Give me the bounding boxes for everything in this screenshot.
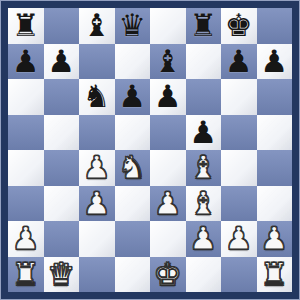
square-d6[interactable]: ♟ bbox=[115, 79, 151, 115]
square-c7[interactable] bbox=[79, 44, 115, 80]
piece-black-pawn: ♟ bbox=[118, 81, 146, 112]
piece-black-rook: ♜ bbox=[189, 10, 217, 41]
square-f3[interactable]: ♝ bbox=[186, 186, 222, 222]
chess-board: ♜♝♛♜♚♟♟♝♟♟♞♟♟♟♟♞♝♟♟♝♟♟♟♟♜♛♚♜ bbox=[8, 8, 292, 292]
square-a6[interactable] bbox=[8, 79, 44, 115]
square-a7[interactable]: ♟ bbox=[8, 44, 44, 80]
square-h7[interactable]: ♟ bbox=[257, 44, 293, 80]
piece-black-pawn: ♟ bbox=[154, 81, 182, 112]
square-f6[interactable] bbox=[186, 79, 222, 115]
square-e8[interactable] bbox=[150, 8, 186, 44]
square-a1[interactable]: ♜ bbox=[8, 257, 44, 293]
square-a8[interactable]: ♜ bbox=[8, 8, 44, 44]
piece-black-pawn: ♟ bbox=[260, 46, 288, 77]
square-g3[interactable] bbox=[221, 186, 257, 222]
square-b4[interactable] bbox=[44, 150, 80, 186]
square-a3[interactable] bbox=[8, 186, 44, 222]
piece-black-pawn: ♟ bbox=[12, 46, 40, 77]
piece-black-rook: ♜ bbox=[12, 10, 40, 41]
square-d1[interactable] bbox=[115, 257, 151, 293]
piece-white-rook: ♜ bbox=[12, 259, 40, 290]
square-b2[interactable] bbox=[44, 221, 80, 257]
square-f8[interactable]: ♜ bbox=[186, 8, 222, 44]
square-d7[interactable] bbox=[115, 44, 151, 80]
piece-white-knight: ♞ bbox=[118, 152, 146, 183]
square-g1[interactable] bbox=[221, 257, 257, 293]
piece-white-pawn: ♟ bbox=[12, 223, 40, 254]
piece-white-pawn: ♟ bbox=[83, 188, 111, 219]
square-c3[interactable]: ♟ bbox=[79, 186, 115, 222]
square-a5[interactable] bbox=[8, 115, 44, 151]
square-g2[interactable]: ♟ bbox=[221, 221, 257, 257]
piece-white-pawn: ♟ bbox=[189, 223, 217, 254]
piece-black-bishop: ♝ bbox=[154, 46, 182, 77]
square-h1[interactable]: ♜ bbox=[257, 257, 293, 293]
square-h4[interactable] bbox=[257, 150, 293, 186]
piece-black-queen: ♛ bbox=[118, 10, 146, 41]
square-a2[interactable]: ♟ bbox=[8, 221, 44, 257]
square-c2[interactable] bbox=[79, 221, 115, 257]
piece-black-pawn: ♟ bbox=[225, 46, 253, 77]
piece-white-bishop: ♝ bbox=[189, 188, 217, 219]
square-e3[interactable]: ♟ bbox=[150, 186, 186, 222]
square-c5[interactable] bbox=[79, 115, 115, 151]
square-e5[interactable] bbox=[150, 115, 186, 151]
square-e1[interactable]: ♚ bbox=[150, 257, 186, 293]
square-d4[interactable]: ♞ bbox=[115, 150, 151, 186]
square-g5[interactable] bbox=[221, 115, 257, 151]
piece-black-pawn: ♟ bbox=[189, 117, 217, 148]
square-b8[interactable] bbox=[44, 8, 80, 44]
square-d8[interactable]: ♛ bbox=[115, 8, 151, 44]
square-h5[interactable] bbox=[257, 115, 293, 151]
square-h8[interactable] bbox=[257, 8, 293, 44]
piece-white-pawn: ♟ bbox=[225, 223, 253, 254]
square-e2[interactable] bbox=[150, 221, 186, 257]
piece-black-pawn: ♟ bbox=[47, 46, 75, 77]
piece-black-knight: ♞ bbox=[83, 81, 111, 112]
square-e4[interactable] bbox=[150, 150, 186, 186]
square-a4[interactable] bbox=[8, 150, 44, 186]
square-e7[interactable]: ♝ bbox=[150, 44, 186, 80]
square-h3[interactable] bbox=[257, 186, 293, 222]
square-f2[interactable]: ♟ bbox=[186, 221, 222, 257]
square-g8[interactable]: ♚ bbox=[221, 8, 257, 44]
piece-white-pawn: ♟ bbox=[154, 188, 182, 219]
square-f5[interactable]: ♟ bbox=[186, 115, 222, 151]
piece-white-queen: ♛ bbox=[47, 259, 75, 290]
square-b6[interactable] bbox=[44, 79, 80, 115]
square-b5[interactable] bbox=[44, 115, 80, 151]
square-b3[interactable] bbox=[44, 186, 80, 222]
square-c4[interactable]: ♟ bbox=[79, 150, 115, 186]
square-g6[interactable] bbox=[221, 79, 257, 115]
square-c1[interactable] bbox=[79, 257, 115, 293]
square-d3[interactable] bbox=[115, 186, 151, 222]
piece-black-bishop: ♝ bbox=[83, 10, 111, 41]
square-e6[interactable]: ♟ bbox=[150, 79, 186, 115]
square-d2[interactable] bbox=[115, 221, 151, 257]
square-h6[interactable] bbox=[257, 79, 293, 115]
piece-white-pawn: ♟ bbox=[260, 223, 288, 254]
piece-white-rook: ♜ bbox=[260, 259, 288, 290]
square-d5[interactable] bbox=[115, 115, 151, 151]
square-h2[interactable]: ♟ bbox=[257, 221, 293, 257]
square-c8[interactable]: ♝ bbox=[79, 8, 115, 44]
piece-black-king: ♚ bbox=[225, 10, 253, 41]
square-g7[interactable]: ♟ bbox=[221, 44, 257, 80]
square-c6[interactable]: ♞ bbox=[79, 79, 115, 115]
square-f7[interactable] bbox=[186, 44, 222, 80]
board-frame: ♜♝♛♜♚♟♟♝♟♟♞♟♟♟♟♞♝♟♟♝♟♟♟♟♜♛♚♜ bbox=[0, 0, 300, 300]
piece-white-pawn: ♟ bbox=[83, 152, 111, 183]
piece-white-bishop: ♝ bbox=[189, 152, 217, 183]
square-g4[interactable] bbox=[221, 150, 257, 186]
square-f1[interactable] bbox=[186, 257, 222, 293]
piece-white-king: ♚ bbox=[154, 259, 182, 290]
square-f4[interactable]: ♝ bbox=[186, 150, 222, 186]
square-b7[interactable]: ♟ bbox=[44, 44, 80, 80]
square-b1[interactable]: ♛ bbox=[44, 257, 80, 293]
